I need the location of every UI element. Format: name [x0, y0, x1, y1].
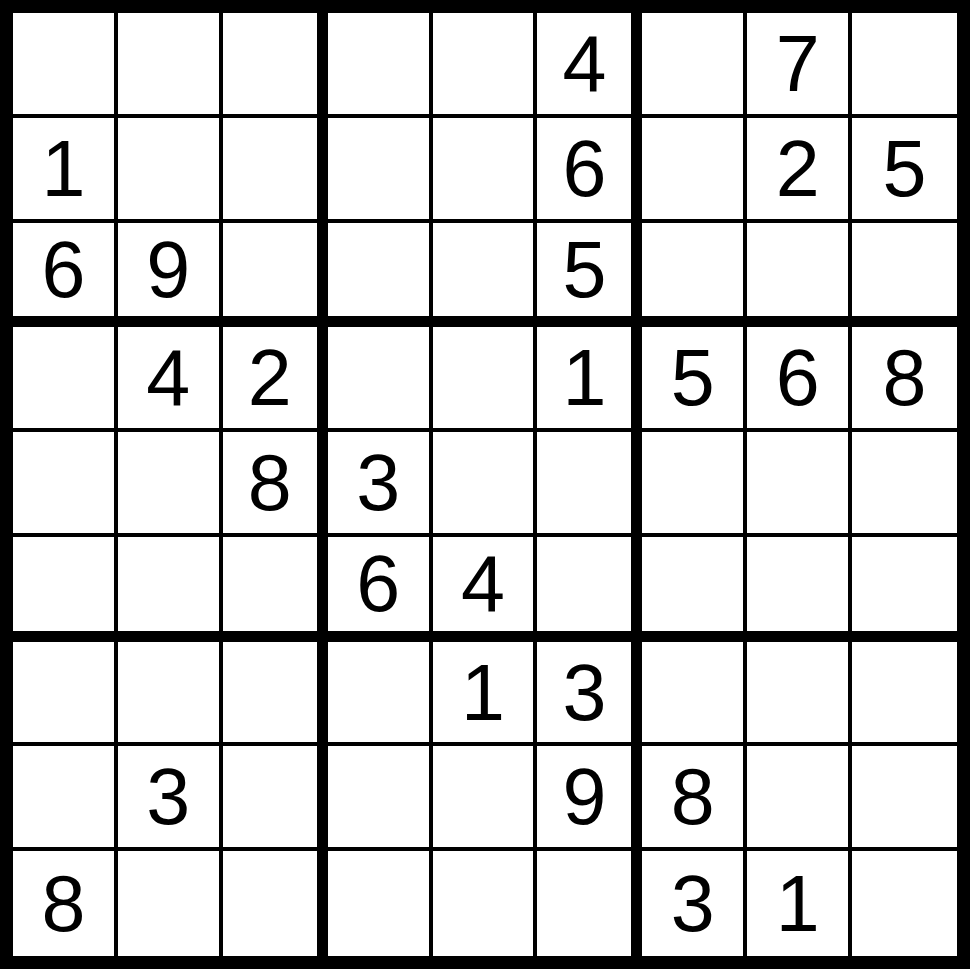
cell-r7c5: 1: [433, 642, 538, 747]
cell-r2c6: 6: [537, 118, 642, 223]
cell-r4c7: 5: [642, 327, 747, 432]
cell-r8c5[interactable]: [433, 746, 538, 851]
cell-r1c6: 4: [537, 13, 642, 118]
cell-r4c4[interactable]: [328, 327, 433, 432]
cell-r5c9[interactable]: [852, 432, 957, 537]
cell-r6c4: 6: [328, 537, 433, 642]
cell-r9c8: 1: [747, 851, 852, 956]
cell-r3c8[interactable]: [747, 223, 852, 328]
cell-r5c2[interactable]: [118, 432, 223, 537]
cell-r3c2: 9: [118, 223, 223, 328]
cell-r5c3: 8: [223, 432, 328, 537]
cell-r5c4: 3: [328, 432, 433, 537]
cell-r4c5[interactable]: [433, 327, 538, 432]
cell-r1c3[interactable]: [223, 13, 328, 118]
cell-r8c9[interactable]: [852, 746, 957, 851]
cell-r7c1[interactable]: [13, 642, 118, 747]
cell-r5c6[interactable]: [537, 432, 642, 537]
cell-r3c3[interactable]: [223, 223, 328, 328]
cell-r8c2: 3: [118, 746, 223, 851]
cell-r1c7[interactable]: [642, 13, 747, 118]
cell-r1c2[interactable]: [118, 13, 223, 118]
cell-r1c1[interactable]: [13, 13, 118, 118]
cell-r7c7[interactable]: [642, 642, 747, 747]
cell-r2c8: 2: [747, 118, 852, 223]
cell-r8c1[interactable]: [13, 746, 118, 851]
cell-r7c9[interactable]: [852, 642, 957, 747]
cell-r8c3[interactable]: [223, 746, 328, 851]
cell-r2c7[interactable]: [642, 118, 747, 223]
cell-r8c6: 9: [537, 746, 642, 851]
cell-r7c2[interactable]: [118, 642, 223, 747]
cell-r4c2: 4: [118, 327, 223, 432]
cell-r9c5[interactable]: [433, 851, 538, 956]
cell-r7c4[interactable]: [328, 642, 433, 747]
cell-r6c8[interactable]: [747, 537, 852, 642]
cell-r9c2[interactable]: [118, 851, 223, 956]
cell-r3c4[interactable]: [328, 223, 433, 328]
cell-r6c1[interactable]: [13, 537, 118, 642]
cell-r4c6: 1: [537, 327, 642, 432]
cell-r4c1[interactable]: [13, 327, 118, 432]
cell-r8c7: 8: [642, 746, 747, 851]
cell-r6c6[interactable]: [537, 537, 642, 642]
cell-r9c3[interactable]: [223, 851, 328, 956]
cell-r5c1[interactable]: [13, 432, 118, 537]
cell-r2c2[interactable]: [118, 118, 223, 223]
cell-r3c5[interactable]: [433, 223, 538, 328]
cell-r9c9[interactable]: [852, 851, 957, 956]
cell-r8c8[interactable]: [747, 746, 852, 851]
cell-r2c1: 1: [13, 118, 118, 223]
cell-r9c1: 8: [13, 851, 118, 956]
cell-r9c6[interactable]: [537, 851, 642, 956]
cell-r1c8: 7: [747, 13, 852, 118]
cell-r4c8: 6: [747, 327, 852, 432]
cell-r9c7: 3: [642, 851, 747, 956]
cell-r3c9[interactable]: [852, 223, 957, 328]
cell-r7c3[interactable]: [223, 642, 328, 747]
cell-r1c5[interactable]: [433, 13, 538, 118]
cell-r6c7[interactable]: [642, 537, 747, 642]
cell-r4c3: 2: [223, 327, 328, 432]
cell-r1c4[interactable]: [328, 13, 433, 118]
cell-r7c6: 3: [537, 642, 642, 747]
cell-r3c1: 6: [13, 223, 118, 328]
cell-r6c5: 4: [433, 537, 538, 642]
cell-r5c8[interactable]: [747, 432, 852, 537]
cell-r1c9[interactable]: [852, 13, 957, 118]
cell-r9c4[interactable]: [328, 851, 433, 956]
cell-r4c9: 8: [852, 327, 957, 432]
cell-r6c2[interactable]: [118, 537, 223, 642]
cell-r5c5[interactable]: [433, 432, 538, 537]
cell-r7c8[interactable]: [747, 642, 852, 747]
cell-r6c9[interactable]: [852, 537, 957, 642]
cell-r2c4[interactable]: [328, 118, 433, 223]
sudoku-board: 471625695421568836413398831: [0, 0, 970, 969]
cell-r8c4[interactable]: [328, 746, 433, 851]
cell-r2c5[interactable]: [433, 118, 538, 223]
cell-r3c7[interactable]: [642, 223, 747, 328]
cell-r6c3[interactable]: [223, 537, 328, 642]
cell-r3c6: 5: [537, 223, 642, 328]
cell-r2c3[interactable]: [223, 118, 328, 223]
cell-r5c7[interactable]: [642, 432, 747, 537]
cell-r2c9: 5: [852, 118, 957, 223]
